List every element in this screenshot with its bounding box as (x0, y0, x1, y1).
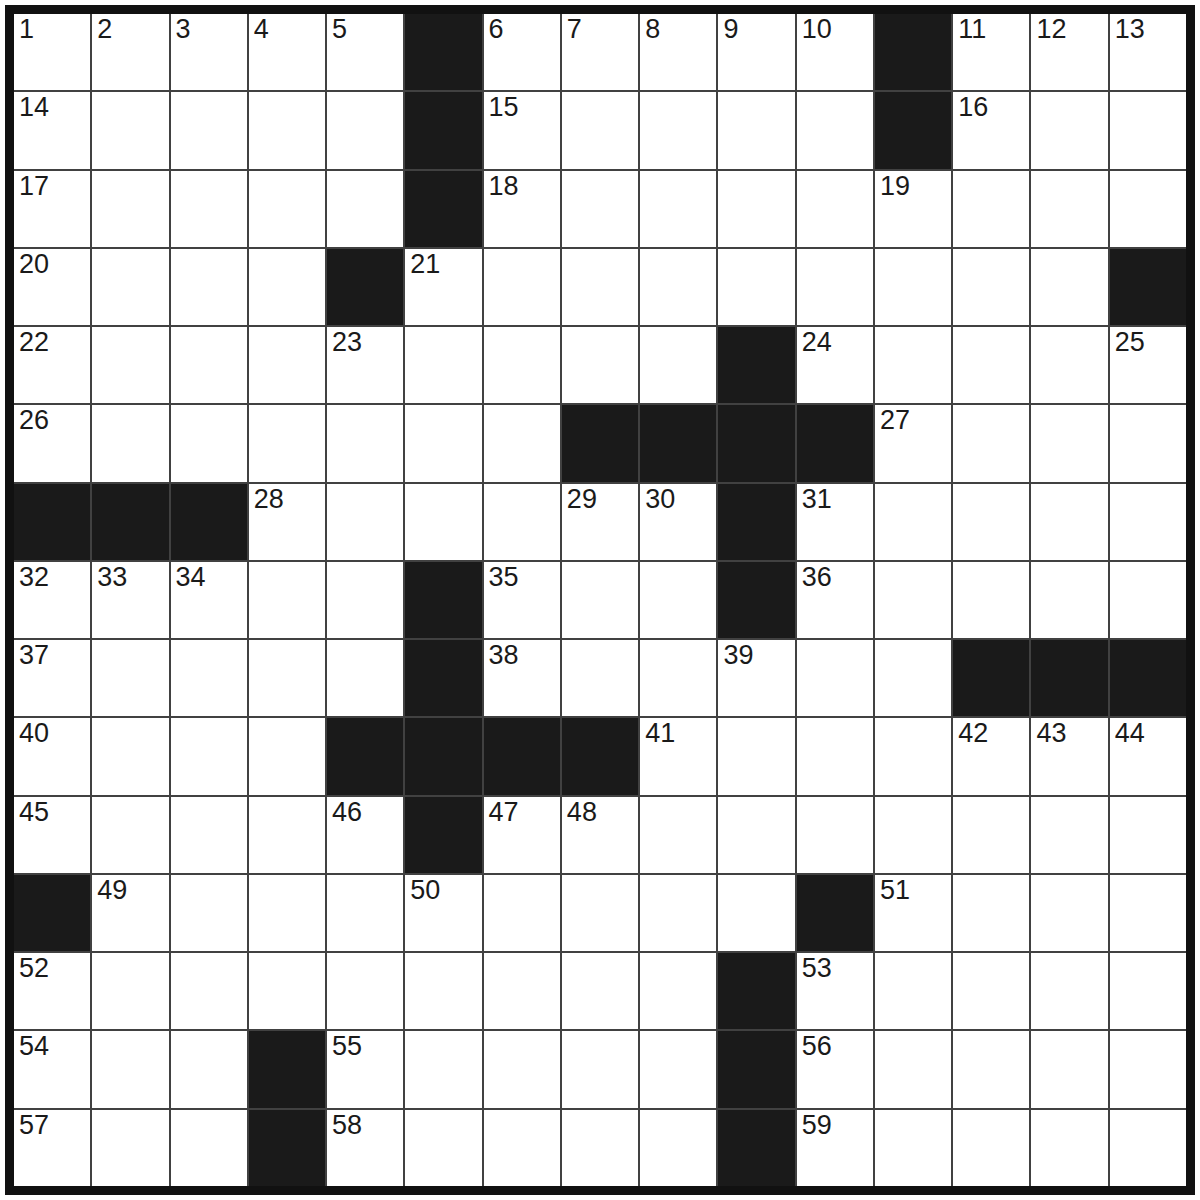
cell-r12c10[interactable] (718, 875, 794, 951)
cell-r2c11[interactable] (797, 92, 873, 168)
cell-r14c12[interactable] (875, 1031, 951, 1107)
cell-r3c10[interactable] (718, 171, 794, 247)
cell-r13c14[interactable] (1031, 953, 1107, 1029)
cell-r3c4[interactable] (249, 171, 325, 247)
black-cell-r4c5 (327, 249, 403, 325)
cell-r6c5[interactable] (327, 405, 403, 481)
clue-number: 28 (254, 485, 284, 513)
cell-r1c15[interactable]: 13 (1110, 14, 1186, 90)
cell-r4c6[interactable]: 21 (405, 249, 481, 325)
cell-r9c11[interactable] (797, 640, 873, 716)
black-cell-r1c12 (875, 14, 951, 90)
cell-r8c3[interactable]: 34 (171, 562, 247, 638)
clue-number: 50 (410, 876, 440, 904)
cell-r14c9[interactable] (640, 1031, 716, 1107)
cell-r11c11[interactable] (797, 797, 873, 873)
clue-number: 47 (489, 798, 519, 826)
cell-r4c2[interactable] (92, 249, 168, 325)
cell-r8c11[interactable]: 36 (797, 562, 873, 638)
cell-r11c4[interactable] (249, 797, 325, 873)
black-cell-r8c6 (405, 562, 481, 638)
cell-r5c7[interactable] (484, 327, 560, 403)
clue-number: 52 (19, 954, 49, 982)
cell-r12c9[interactable] (640, 875, 716, 951)
cell-r7c5[interactable] (327, 484, 403, 560)
cell-r6c12[interactable]: 27 (875, 405, 951, 481)
clue-number: 26 (19, 406, 49, 434)
clue-number: 21 (410, 250, 440, 278)
cell-r8c8[interactable] (562, 562, 638, 638)
cell-r11c10[interactable] (718, 797, 794, 873)
clue-number: 24 (802, 328, 832, 356)
clue-number: 57 (19, 1111, 49, 1139)
cell-r3c8[interactable] (562, 171, 638, 247)
cell-r5c13[interactable] (953, 327, 1029, 403)
cell-r15c3[interactable] (171, 1110, 247, 1186)
clue-number: 22 (19, 328, 49, 356)
cell-r13c7[interactable] (484, 953, 560, 1029)
cell-r11c14[interactable] (1031, 797, 1107, 873)
clue-number: 37 (19, 641, 49, 669)
clue-number: 16 (958, 93, 988, 121)
cell-r9c5[interactable] (327, 640, 403, 716)
clue-number: 9 (723, 15, 738, 43)
clue-number: 33 (97, 563, 127, 591)
cell-r14c8[interactable] (562, 1031, 638, 1107)
black-cell-r7c1 (14, 484, 90, 560)
cell-r12c14[interactable] (1031, 875, 1107, 951)
cell-r2c15[interactable] (1110, 92, 1186, 168)
cell-r1c9[interactable]: 8 (640, 14, 716, 90)
cell-r12c13[interactable] (953, 875, 1029, 951)
cell-r11c15[interactable] (1110, 797, 1186, 873)
cell-r4c4[interactable] (249, 249, 325, 325)
black-cell-r14c4 (249, 1031, 325, 1107)
black-cell-r9c15 (1110, 640, 1186, 716)
cell-r11c12[interactable] (875, 797, 951, 873)
crossword-board-frame: 1234567891011121314151617181920212223242… (5, 5, 1195, 1195)
black-cell-r6c10 (718, 405, 794, 481)
cell-r9c4[interactable] (249, 640, 325, 716)
clue-number: 34 (176, 563, 206, 591)
cell-r6c7[interactable] (484, 405, 560, 481)
cell-r13c5[interactable] (327, 953, 403, 1029)
cell-r6c1[interactable]: 26 (14, 405, 90, 481)
black-cell-r4c15 (1110, 249, 1186, 325)
cell-r15c6[interactable] (405, 1110, 481, 1186)
clue-number: 39 (723, 641, 753, 669)
cell-r7c8[interactable]: 29 (562, 484, 638, 560)
cell-r10c12[interactable] (875, 718, 951, 794)
cell-r9c1[interactable]: 37 (14, 640, 90, 716)
cell-r8c9[interactable] (640, 562, 716, 638)
black-cell-r3c6 (405, 171, 481, 247)
cell-r7c7[interactable] (484, 484, 560, 560)
cell-r4c3[interactable] (171, 249, 247, 325)
cell-r6c13[interactable] (953, 405, 1029, 481)
cell-r2c14[interactable] (1031, 92, 1107, 168)
cell-r7c4[interactable]: 28 (249, 484, 325, 560)
clue-number: 2 (97, 15, 112, 43)
cell-r5c3[interactable] (171, 327, 247, 403)
black-cell-r6c11 (797, 405, 873, 481)
cell-r14c11[interactable]: 56 (797, 1031, 873, 1107)
clue-number: 29 (567, 485, 597, 513)
cell-r1c4[interactable]: 4 (249, 14, 325, 90)
cell-r1c1[interactable]: 1 (14, 14, 90, 90)
cell-r6c3[interactable] (171, 405, 247, 481)
clue-number: 48 (567, 798, 597, 826)
cell-r5c11[interactable]: 24 (797, 327, 873, 403)
cell-r10c11[interactable] (797, 718, 873, 794)
clue-number: 3 (176, 15, 191, 43)
clue-number: 38 (489, 641, 519, 669)
black-cell-r10c8 (562, 718, 638, 794)
clue-number: 4 (254, 15, 269, 43)
clue-number: 55 (332, 1032, 362, 1060)
cell-r3c2[interactable] (92, 171, 168, 247)
cell-r14c2[interactable] (92, 1031, 168, 1107)
clue-number: 20 (19, 250, 49, 278)
cell-r2c7[interactable]: 15 (484, 92, 560, 168)
clue-number: 1 (19, 15, 34, 43)
clue-number: 25 (1115, 328, 1145, 356)
clue-number: 17 (19, 172, 49, 200)
cell-r2c10[interactable] (718, 92, 794, 168)
clue-number: 36 (802, 563, 832, 591)
cell-r6c4[interactable] (249, 405, 325, 481)
cell-r15c8[interactable] (562, 1110, 638, 1186)
cell-r15c5[interactable]: 58 (327, 1110, 403, 1186)
black-cell-r15c4 (249, 1110, 325, 1186)
cell-r12c2[interactable]: 49 (92, 875, 168, 951)
cell-r9c9[interactable] (640, 640, 716, 716)
black-cell-r9c14 (1031, 640, 1107, 716)
clue-number: 13 (1115, 15, 1145, 43)
cell-r8c2[interactable]: 33 (92, 562, 168, 638)
black-cell-r9c13 (953, 640, 1029, 716)
clue-number: 10 (802, 15, 832, 43)
cell-r8c7[interactable]: 35 (484, 562, 560, 638)
cell-r14c3[interactable] (171, 1031, 247, 1107)
clue-number: 51 (880, 876, 910, 904)
clue-number: 35 (489, 563, 519, 591)
cell-r10c14[interactable]: 43 (1031, 718, 1107, 794)
clue-number: 27 (880, 406, 910, 434)
black-cell-r5c10 (718, 327, 794, 403)
clue-number: 5 (332, 15, 347, 43)
clue-number: 30 (645, 485, 675, 513)
black-cell-r7c2 (92, 484, 168, 560)
cell-r14c1[interactable]: 54 (14, 1031, 90, 1107)
clue-number: 42 (958, 719, 988, 747)
clue-number: 45 (19, 798, 49, 826)
cell-r7c14[interactable] (1031, 484, 1107, 560)
cell-r8c5[interactable] (327, 562, 403, 638)
cell-r15c9[interactable] (640, 1110, 716, 1186)
cell-r15c12[interactable] (875, 1110, 951, 1186)
clue-number: 56 (802, 1032, 832, 1060)
cell-r12c8[interactable] (562, 875, 638, 951)
cell-r8c12[interactable] (875, 562, 951, 638)
cell-r11c3[interactable] (171, 797, 247, 873)
black-cell-r6c8 (562, 405, 638, 481)
cell-r1c8[interactable]: 7 (562, 14, 638, 90)
cell-r11c2[interactable] (92, 797, 168, 873)
cell-r2c5[interactable] (327, 92, 403, 168)
black-cell-r10c6 (405, 718, 481, 794)
clue-number: 31 (802, 485, 832, 513)
cell-r13c15[interactable] (1110, 953, 1186, 1029)
black-cell-r10c7 (484, 718, 560, 794)
cell-r9c3[interactable] (171, 640, 247, 716)
cell-r14c5[interactable]: 55 (327, 1031, 403, 1107)
cell-r5c2[interactable] (92, 327, 168, 403)
cell-r3c14[interactable] (1031, 171, 1107, 247)
cell-r13c1[interactable]: 52 (14, 953, 90, 1029)
clue-number: 32 (19, 563, 49, 591)
cell-r13c8[interactable] (562, 953, 638, 1029)
cell-r11c1[interactable]: 45 (14, 797, 90, 873)
clue-number: 53 (802, 954, 832, 982)
clue-number: 43 (1036, 719, 1066, 747)
cell-r8c13[interactable] (953, 562, 1029, 638)
cell-r3c13[interactable] (953, 171, 1029, 247)
cell-r2c3[interactable] (171, 92, 247, 168)
cell-r9c10[interactable]: 39 (718, 640, 794, 716)
cell-r13c3[interactable] (171, 953, 247, 1029)
cell-r11c5[interactable]: 46 (327, 797, 403, 873)
cell-r2c9[interactable] (640, 92, 716, 168)
cell-r10c1[interactable]: 40 (14, 718, 90, 794)
clue-number: 58 (332, 1111, 362, 1139)
cell-r3c9[interactable] (640, 171, 716, 247)
cell-r14c7[interactable] (484, 1031, 560, 1107)
cell-r13c6[interactable] (405, 953, 481, 1029)
cell-r4c11[interactable] (797, 249, 873, 325)
cell-r3c1[interactable]: 17 (14, 171, 90, 247)
cell-r1c5[interactable]: 5 (327, 14, 403, 90)
cell-r1c2[interactable]: 2 (92, 14, 168, 90)
cell-r8c4[interactable] (249, 562, 325, 638)
cell-r14c6[interactable] (405, 1031, 481, 1107)
cell-r5c12[interactable] (875, 327, 951, 403)
cell-r13c11[interactable]: 53 (797, 953, 873, 1029)
cell-r3c11[interactable] (797, 171, 873, 247)
cell-r14c13[interactable] (953, 1031, 1029, 1107)
black-cell-r11c6 (405, 797, 481, 873)
cell-r1c3[interactable]: 3 (171, 14, 247, 90)
cell-r14c14[interactable] (1031, 1031, 1107, 1107)
cell-r1c10[interactable]: 9 (718, 14, 794, 90)
black-cell-r12c1 (14, 875, 90, 951)
black-cell-r2c12 (875, 92, 951, 168)
cell-r4c7[interactable] (484, 249, 560, 325)
black-cell-r14c10 (718, 1031, 794, 1107)
cell-r9c8[interactable] (562, 640, 638, 716)
cell-r4c14[interactable] (1031, 249, 1107, 325)
cell-r9c2[interactable] (92, 640, 168, 716)
cell-r13c13[interactable] (953, 953, 1029, 1029)
cell-r5c4[interactable] (249, 327, 325, 403)
cell-r15c15[interactable] (1110, 1110, 1186, 1186)
cell-r3c15[interactable] (1110, 171, 1186, 247)
cell-r2c13[interactable]: 16 (953, 92, 1029, 168)
cell-r10c13[interactable]: 42 (953, 718, 1029, 794)
cell-r3c3[interactable] (171, 171, 247, 247)
black-cell-r7c3 (171, 484, 247, 560)
cell-r3c5[interactable] (327, 171, 403, 247)
cell-r12c12[interactable]: 51 (875, 875, 951, 951)
cell-r3c12[interactable]: 19 (875, 171, 951, 247)
cell-r15c14[interactable] (1031, 1110, 1107, 1186)
cell-r7c6[interactable] (405, 484, 481, 560)
black-cell-r7c10 (718, 484, 794, 560)
black-cell-r15c10 (718, 1110, 794, 1186)
cell-r4c8[interactable] (562, 249, 638, 325)
clue-number: 54 (19, 1032, 49, 1060)
clue-number: 23 (332, 328, 362, 356)
cell-r5c15[interactable]: 25 (1110, 327, 1186, 403)
cell-r8c14[interactable] (1031, 562, 1107, 638)
cell-r4c9[interactable] (640, 249, 716, 325)
cell-r10c2[interactable] (92, 718, 168, 794)
cell-r7c13[interactable] (953, 484, 1029, 560)
cell-r11c9[interactable] (640, 797, 716, 873)
cell-r2c8[interactable] (562, 92, 638, 168)
cell-r12c4[interactable] (249, 875, 325, 951)
cell-r7c12[interactable] (875, 484, 951, 560)
clue-number: 46 (332, 798, 362, 826)
clue-number: 6 (489, 15, 504, 43)
cell-r2c1[interactable]: 14 (14, 92, 90, 168)
cell-r10c4[interactable] (249, 718, 325, 794)
clue-number: 19 (880, 172, 910, 200)
clue-number: 44 (1115, 719, 1145, 747)
cell-r12c7[interactable] (484, 875, 560, 951)
clue-number: 59 (802, 1111, 832, 1139)
clue-number: 41 (645, 719, 675, 747)
cell-r6c6[interactable] (405, 405, 481, 481)
clue-number: 14 (19, 93, 49, 121)
cell-r13c2[interactable] (92, 953, 168, 1029)
cell-r1c11[interactable]: 10 (797, 14, 873, 90)
cell-r4c1[interactable]: 20 (14, 249, 90, 325)
cell-r9c7[interactable]: 38 (484, 640, 560, 716)
cell-r2c4[interactable] (249, 92, 325, 168)
cell-r10c10[interactable] (718, 718, 794, 794)
cell-r1c7[interactable]: 6 (484, 14, 560, 90)
clue-number: 11 (958, 15, 986, 43)
black-cell-r6c9 (640, 405, 716, 481)
black-cell-r8c10 (718, 562, 794, 638)
cell-r12c5[interactable] (327, 875, 403, 951)
clue-number: 18 (489, 172, 519, 200)
cell-r5c8[interactable] (562, 327, 638, 403)
black-cell-r12c11 (797, 875, 873, 951)
cell-r8c15[interactable] (1110, 562, 1186, 638)
cell-r11c8[interactable]: 48 (562, 797, 638, 873)
black-cell-r1c6 (405, 14, 481, 90)
cell-r15c13[interactable] (953, 1110, 1029, 1186)
crossword-grid: 1234567891011121314151617181920212223242… (14, 14, 1186, 1186)
cell-r1c13[interactable]: 11 (953, 14, 1029, 90)
cell-r7c15[interactable] (1110, 484, 1186, 560)
cell-r6c2[interactable] (92, 405, 168, 481)
clue-number: 15 (489, 93, 519, 121)
cell-r11c13[interactable] (953, 797, 1029, 873)
cell-r5c6[interactable] (405, 327, 481, 403)
cell-r10c3[interactable] (171, 718, 247, 794)
cell-r11c7[interactable]: 47 (484, 797, 560, 873)
clue-number: 40 (19, 719, 49, 747)
cell-r7c9[interactable]: 30 (640, 484, 716, 560)
clue-number: 8 (645, 15, 660, 43)
black-cell-r13c10 (718, 953, 794, 1029)
black-cell-r2c6 (405, 92, 481, 168)
cell-r9c12[interactable] (875, 640, 951, 716)
cell-r5c9[interactable] (640, 327, 716, 403)
cell-r15c1[interactable]: 57 (14, 1110, 90, 1186)
cell-r4c12[interactable] (875, 249, 951, 325)
cell-r1c14[interactable]: 12 (1031, 14, 1107, 90)
cell-r6c15[interactable] (1110, 405, 1186, 481)
cell-r3c7[interactable]: 18 (484, 171, 560, 247)
cell-r13c4[interactable] (249, 953, 325, 1029)
cell-r15c7[interactable] (484, 1110, 560, 1186)
cell-r13c12[interactable] (875, 953, 951, 1029)
cell-r4c13[interactable] (953, 249, 1029, 325)
cell-r5c5[interactable]: 23 (327, 327, 403, 403)
cell-r12c15[interactable] (1110, 875, 1186, 951)
cell-r4c10[interactable] (718, 249, 794, 325)
clue-number: 12 (1036, 15, 1066, 43)
cell-r15c11[interactable]: 59 (797, 1110, 873, 1186)
cell-r5c14[interactable] (1031, 327, 1107, 403)
cell-r10c15[interactable]: 44 (1110, 718, 1186, 794)
cell-r8c1[interactable]: 32 (14, 562, 90, 638)
cell-r10c9[interactable]: 41 (640, 718, 716, 794)
cell-r5c1[interactable]: 22 (14, 327, 90, 403)
cell-r7c11[interactable]: 31 (797, 484, 873, 560)
cell-r6c14[interactable] (1031, 405, 1107, 481)
cell-r12c6[interactable]: 50 (405, 875, 481, 951)
cell-r2c2[interactable] (92, 92, 168, 168)
black-cell-r9c6 (405, 640, 481, 716)
clue-number: 7 (567, 15, 582, 43)
cell-r15c2[interactable] (92, 1110, 168, 1186)
cell-r12c3[interactable] (171, 875, 247, 951)
black-cell-r10c5 (327, 718, 403, 794)
cell-r14c15[interactable] (1110, 1031, 1186, 1107)
clue-number: 49 (97, 876, 127, 904)
cell-r13c9[interactable] (640, 953, 716, 1029)
